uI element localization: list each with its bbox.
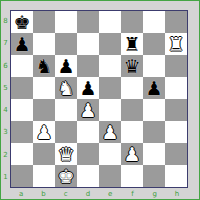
black-pawn[interactable]: ♟: [77, 77, 99, 99]
square-h4[interactable]: [165, 99, 187, 121]
square-h2[interactable]: [165, 143, 187, 165]
white-rook[interactable]: ♜: [165, 33, 187, 55]
square-c2[interactable]: ♛: [55, 143, 77, 165]
square-a8[interactable]: ♚: [11, 11, 33, 33]
white-knight[interactable]: ♞: [55, 77, 77, 99]
square-d6[interactable]: [77, 55, 99, 77]
square-c5[interactable]: ♞: [55, 77, 77, 99]
square-a3[interactable]: [11, 121, 33, 143]
white-pawn[interactable]: ♟: [99, 121, 121, 143]
square-a4[interactable]: [11, 99, 33, 121]
file-label-b: b: [32, 189, 54, 200]
square-e3[interactable]: ♟: [99, 121, 121, 143]
rank-label-4: 4: [1, 99, 10, 121]
square-f5[interactable]: [121, 77, 143, 99]
square-b2[interactable]: [33, 143, 55, 165]
square-a5[interactable]: [11, 77, 33, 99]
square-c4[interactable]: [55, 99, 77, 121]
white-pawn[interactable]: ♟: [33, 121, 55, 143]
square-f7[interactable]: ♜: [121, 33, 143, 55]
square-e1[interactable]: [99, 165, 121, 187]
white-pawn[interactable]: ♟: [121, 143, 143, 165]
square-f4[interactable]: [121, 99, 143, 121]
square-e4[interactable]: [99, 99, 121, 121]
square-d3[interactable]: [77, 121, 99, 143]
file-label-h: h: [166, 189, 188, 200]
white-king[interactable]: ♚: [55, 165, 77, 187]
chess-app-frame: 87654321 ♚♟♜♜♞♟♛♞♟♟♟♟♟♛♟♚ abcdefgh: [0, 0, 200, 200]
file-label-g: g: [144, 189, 166, 200]
square-f2[interactable]: ♟: [121, 143, 143, 165]
square-c1[interactable]: ♚: [55, 165, 77, 187]
square-g4[interactable]: [143, 99, 165, 121]
rank-label-1: 1: [1, 166, 10, 188]
square-d8[interactable]: [77, 11, 99, 33]
square-d7[interactable]: [77, 33, 99, 55]
rank-label-5: 5: [1, 77, 10, 99]
file-labels: abcdefgh: [10, 189, 188, 200]
square-e8[interactable]: [99, 11, 121, 33]
black-pawn[interactable]: ♟: [55, 55, 77, 77]
square-b1[interactable]: [33, 165, 55, 187]
chess-board: ♚♟♜♜♞♟♛♞♟♟♟♟♟♛♟♚: [10, 10, 188, 188]
square-g1[interactable]: [143, 165, 165, 187]
square-c7[interactable]: [55, 33, 77, 55]
square-a2[interactable]: [11, 143, 33, 165]
file-label-a: a: [10, 189, 32, 200]
square-h6[interactable]: [165, 55, 187, 77]
square-a1[interactable]: [11, 165, 33, 187]
square-e5[interactable]: [99, 77, 121, 99]
rank-label-2: 2: [1, 144, 10, 166]
black-pawn[interactable]: ♟: [143, 77, 165, 99]
square-g6[interactable]: [143, 55, 165, 77]
white-queen[interactable]: ♛: [55, 143, 77, 165]
square-f6[interactable]: ♛: [121, 55, 143, 77]
square-e6[interactable]: [99, 55, 121, 77]
square-b4[interactable]: [33, 99, 55, 121]
rank-label-6: 6: [1, 55, 10, 77]
square-h8[interactable]: [165, 11, 187, 33]
square-h1[interactable]: [165, 165, 187, 187]
file-label-e: e: [99, 189, 121, 200]
square-b6[interactable]: ♞: [33, 55, 55, 77]
square-h3[interactable]: [165, 121, 187, 143]
square-f8[interactable]: [121, 11, 143, 33]
square-g2[interactable]: [143, 143, 165, 165]
rank-label-8: 8: [1, 10, 10, 32]
rank-labels: 87654321: [1, 10, 10, 188]
square-g3[interactable]: [143, 121, 165, 143]
rank-label-7: 7: [1, 32, 10, 54]
file-label-c: c: [55, 189, 77, 200]
square-d2[interactable]: [77, 143, 99, 165]
square-h5[interactable]: [165, 77, 187, 99]
rank-label-3: 3: [1, 121, 10, 143]
black-queen[interactable]: ♛: [121, 55, 143, 77]
square-e2[interactable]: [99, 143, 121, 165]
square-g7[interactable]: [143, 33, 165, 55]
white-pawn[interactable]: ♟: [77, 99, 99, 121]
square-b5[interactable]: [33, 77, 55, 99]
black-rook[interactable]: ♜: [121, 33, 143, 55]
square-f1[interactable]: [121, 165, 143, 187]
square-d5[interactable]: ♟: [77, 77, 99, 99]
square-a6[interactable]: [11, 55, 33, 77]
black-knight[interactable]: ♞: [33, 55, 55, 77]
square-b8[interactable]: [33, 11, 55, 33]
black-pawn[interactable]: ♟: [11, 33, 33, 55]
square-d1[interactable]: [77, 165, 99, 187]
square-b3[interactable]: ♟: [33, 121, 55, 143]
square-a7[interactable]: ♟: [11, 33, 33, 55]
square-e7[interactable]: [99, 33, 121, 55]
square-c8[interactable]: [55, 11, 77, 33]
square-d4[interactable]: ♟: [77, 99, 99, 121]
square-f3[interactable]: [121, 121, 143, 143]
file-label-d: d: [77, 189, 99, 200]
square-g8[interactable]: [143, 11, 165, 33]
file-label-f: f: [121, 189, 143, 200]
square-g5[interactable]: ♟: [143, 77, 165, 99]
square-h7[interactable]: ♜: [165, 33, 187, 55]
square-c3[interactable]: [55, 121, 77, 143]
square-c6[interactable]: ♟: [55, 55, 77, 77]
square-b7[interactable]: [33, 33, 55, 55]
black-king[interactable]: ♚: [11, 11, 33, 33]
